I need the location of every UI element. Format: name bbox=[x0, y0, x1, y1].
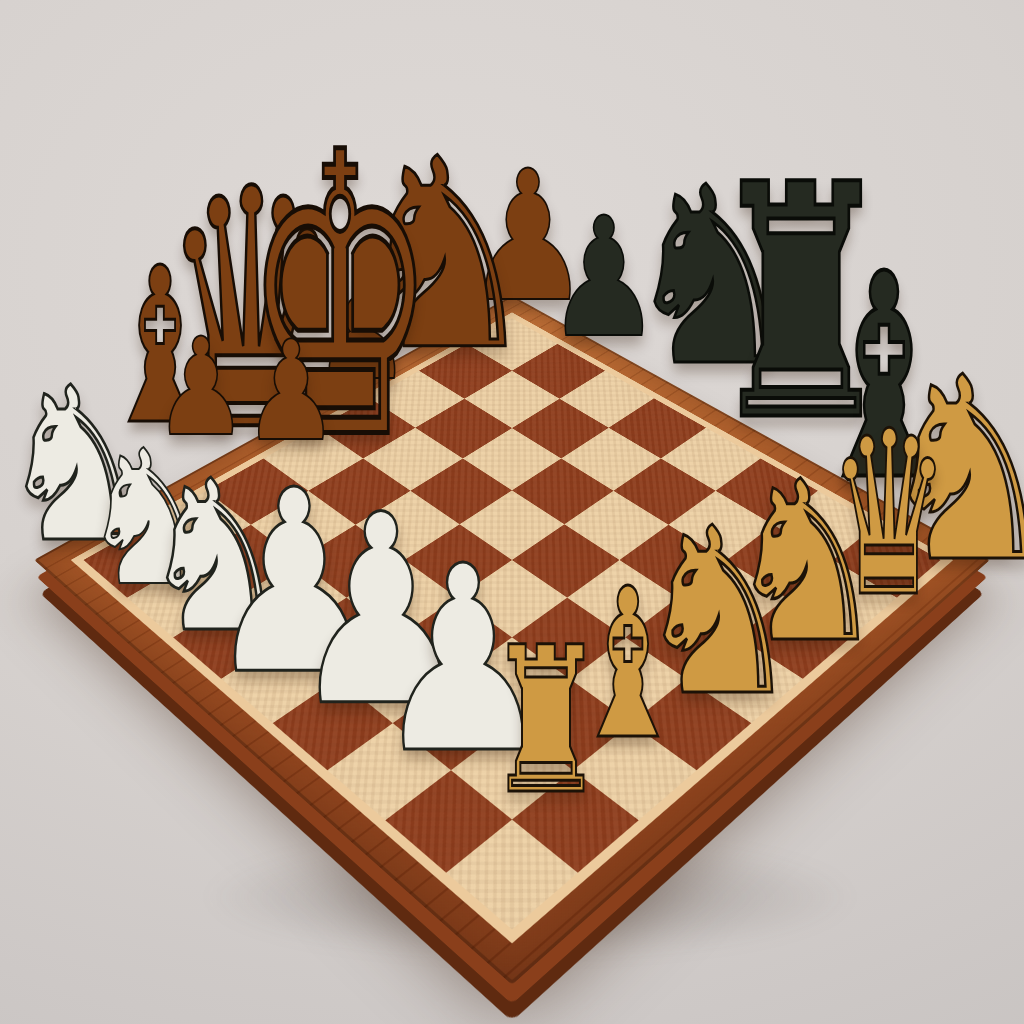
pieces-layer: ♝♟♛♟♚♟♞♟♟♞♜♝♜♝♞♞♛♞♞♞♞♟♟♟ bbox=[0, 0, 1024, 1024]
gold-rook-h2[interactable]: ♜ bbox=[486, 620, 606, 822]
scene: ♝♟♛♟♚♟♞♟♟♞♜♝♜♝♞♞♛♞♞♞♞♟♟♟ bbox=[0, 0, 1024, 1024]
